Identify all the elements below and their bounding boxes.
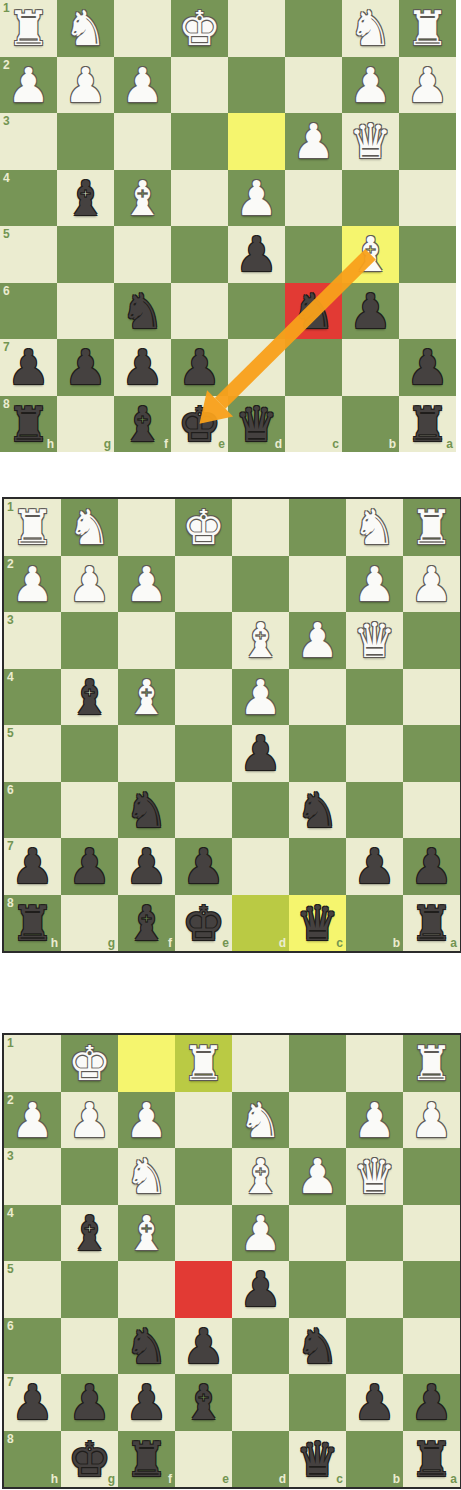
square-e7[interactable]: ♝ (175, 1374, 232, 1431)
square-a6[interactable] (399, 283, 456, 340)
square-d6[interactable] (232, 1318, 289, 1375)
square-a4[interactable] (399, 170, 456, 227)
square-e7[interactable]: ♟ (175, 838, 232, 895)
square-b1[interactable]: ♞ (346, 499, 403, 556)
square-d1[interactable] (228, 0, 285, 57)
rank-label-4: 4 (7, 1206, 14, 1220)
white-bishop[interactable]: ♝ (125, 669, 168, 725)
square-g3[interactable] (61, 612, 118, 669)
black-pawn[interactable]: ♟ (64, 339, 107, 395)
square-b3[interactable]: ♛ (342, 113, 399, 170)
black-pawn[interactable]: ♟ (410, 1374, 453, 1430)
white-knight[interactable]: ♞ (68, 499, 111, 555)
square-f1[interactable] (118, 499, 175, 556)
square-h3[interactable]: 3 (0, 113, 57, 170)
black-pawn[interactable]: ♟ (11, 1374, 54, 1430)
white-pawn[interactable]: ♟ (11, 556, 54, 612)
black-rook[interactable]: ♜ (11, 895, 54, 951)
black-knight[interactable]: ♞ (296, 782, 339, 838)
square-e8[interactable]: e (175, 1431, 232, 1488)
square-g6[interactable] (57, 283, 114, 340)
black-bishop[interactable]: ♝ (68, 1205, 111, 1261)
square-f2[interactable]: ♟ (118, 1092, 175, 1149)
square-g6[interactable] (61, 782, 118, 839)
square-g4[interactable]: ♝ (57, 170, 114, 227)
black-knight[interactable]: ♞ (125, 782, 168, 838)
square-c2[interactable] (289, 1092, 346, 1149)
square-f1[interactable] (118, 1035, 175, 1092)
black-bishop[interactable]: ♝ (64, 170, 107, 226)
square-h1[interactable]: 1 (4, 1035, 61, 1092)
black-rook[interactable]: ♜ (406, 396, 449, 452)
white-pawn[interactable]: ♟ (410, 556, 453, 612)
black-pawn[interactable]: ♟ (239, 1261, 282, 1317)
square-f8[interactable]: f♝ (114, 396, 171, 453)
square-d1[interactable] (232, 1035, 289, 1092)
rank-label-5: 5 (3, 227, 10, 241)
square-h6[interactable]: 6 (0, 283, 57, 340)
white-bishop[interactable]: ♝ (121, 170, 164, 226)
square-f6[interactable]: ♞ (118, 782, 175, 839)
black-knight[interactable]: ♞ (125, 1318, 168, 1374)
square-e6[interactable] (175, 782, 232, 839)
white-rook[interactable]: ♜ (11, 499, 54, 555)
white-rook[interactable]: ♜ (7, 0, 50, 56)
square-d3[interactable]: ♝ (232, 612, 289, 669)
rank-label-7: 7 (7, 839, 14, 853)
square-d4[interactable]: ♟ (228, 170, 285, 227)
square-g4[interactable]: ♝ (61, 669, 118, 726)
white-rook[interactable]: ♜ (410, 499, 453, 555)
square-e2[interactable] (175, 1092, 232, 1149)
white-knight[interactable]: ♞ (349, 0, 392, 56)
black-bishop[interactable]: ♝ (182, 1374, 225, 1430)
white-pawn[interactable]: ♟ (125, 1092, 168, 1148)
square-c2[interactable] (285, 57, 342, 114)
white-queen[interactable]: ♛ (349, 113, 392, 169)
white-bishop[interactable]: ♝ (125, 1205, 168, 1261)
square-d4[interactable]: ♟ (232, 1205, 289, 1262)
square-e1[interactable]: ♜ (175, 1035, 232, 1092)
chessboard-3: 1♚♜♜2♟♟♟♞♟♟3♞♝♟♛4♝♝♟5♟6♞♟♞7♟♟♟♝♟♟8hg♚f♜e… (2, 1033, 461, 1489)
square-g7[interactable]: ♟ (61, 838, 118, 895)
square-g2[interactable]: ♟ (61, 556, 118, 613)
square-c1[interactable] (285, 0, 342, 57)
square-g7[interactable]: ♟ (61, 1374, 118, 1431)
black-pawn[interactable]: ♟ (349, 283, 392, 339)
square-g3[interactable] (57, 113, 114, 170)
square-g7[interactable]: ♟ (57, 339, 114, 396)
black-pawn[interactable]: ♟ (182, 1318, 225, 1374)
square-e5[interactable] (171, 226, 228, 283)
black-bishop[interactable]: ♝ (125, 895, 168, 951)
file-label-f: f (164, 437, 168, 451)
square-g1[interactable]: ♞ (57, 0, 114, 57)
square-g6[interactable] (61, 1318, 118, 1375)
black-knight[interactable]: ♞ (296, 1318, 339, 1374)
white-pawn[interactable]: ♟ (68, 556, 111, 612)
black-bishop[interactable]: ♝ (68, 669, 111, 725)
square-h6[interactable]: 6 (4, 1318, 61, 1375)
white-pawn[interactable]: ♟ (406, 57, 449, 113)
square-f3[interactable] (114, 113, 171, 170)
square-d7[interactable] (232, 838, 289, 895)
square-c3[interactable]: ♟ (289, 1148, 346, 1205)
square-e3[interactable] (175, 612, 232, 669)
square-e4[interactable] (171, 170, 228, 227)
square-b5[interactable]: ♝ (342, 226, 399, 283)
black-rook[interactable]: ♜ (410, 895, 453, 951)
white-pawn[interactable]: ♟ (353, 1092, 396, 1148)
square-f6[interactable]: ♞ (118, 1318, 175, 1375)
file-label-h: h (51, 1472, 58, 1486)
square-h5[interactable]: 5 (4, 725, 61, 782)
square-a1[interactable]: ♜ (403, 1035, 460, 1092)
white-pawn[interactable]: ♟ (68, 1092, 111, 1148)
square-c6[interactable]: ♞ (285, 283, 342, 340)
square-d5[interactable]: ♟ (232, 725, 289, 782)
white-pawn[interactable]: ♟ (7, 57, 50, 113)
white-pawn[interactable]: ♟ (235, 170, 278, 226)
square-e5[interactable] (175, 1261, 232, 1318)
square-h2[interactable]: 2♟ (4, 1092, 61, 1149)
square-h2[interactable]: 2♟ (0, 57, 57, 114)
square-b8[interactable]: b (346, 895, 403, 952)
black-king[interactable]: ♚ (68, 1431, 111, 1487)
black-pawn[interactable]: ♟ (235, 226, 278, 282)
square-g2[interactable]: ♟ (61, 1092, 118, 1149)
white-pawn[interactable]: ♟ (239, 669, 282, 725)
square-h8[interactable]: 8h♜ (0, 396, 57, 453)
square-c5[interactable] (285, 226, 342, 283)
black-pawn[interactable]: ♟ (68, 838, 111, 894)
square-g3[interactable] (61, 1148, 118, 1205)
square-c5[interactable] (289, 725, 346, 782)
white-rook[interactable]: ♜ (406, 0, 449, 56)
white-king[interactable]: ♚ (182, 499, 225, 555)
square-g1[interactable]: ♞ (61, 499, 118, 556)
square-c7[interactable] (289, 838, 346, 895)
square-g2[interactable]: ♟ (57, 57, 114, 114)
black-pawn[interactable]: ♟ (178, 339, 221, 395)
square-d1[interactable] (232, 499, 289, 556)
white-queen[interactable]: ♛ (353, 612, 396, 668)
white-knight[interactable]: ♞ (239, 1092, 282, 1148)
black-pawn[interactable]: ♟ (406, 339, 449, 395)
square-f4[interactable]: ♝ (118, 1205, 175, 1262)
black-king[interactable]: ♚ (178, 396, 221, 452)
square-a7[interactable]: ♟ (399, 339, 456, 396)
white-pawn[interactable]: ♟ (349, 57, 392, 113)
square-f6[interactable]: ♞ (114, 283, 171, 340)
square-f7[interactable]: ♟ (118, 1374, 175, 1431)
square-h4[interactable]: 4 (0, 170, 57, 227)
square-e1[interactable]: ♚ (171, 0, 228, 57)
black-pawn[interactable]: ♟ (68, 1374, 111, 1430)
square-b2[interactable]: ♟ (346, 1092, 403, 1149)
rank-label-8: 8 (3, 397, 10, 411)
square-d8[interactable]: d♛ (228, 396, 285, 453)
square-g4[interactable]: ♝ (61, 1205, 118, 1262)
square-d2[interactable]: ♞ (232, 1092, 289, 1149)
black-rook[interactable]: ♜ (7, 396, 50, 452)
black-pawn[interactable]: ♟ (353, 838, 396, 894)
black-queen[interactable]: ♛ (235, 396, 278, 452)
white-pawn[interactable]: ♟ (353, 556, 396, 612)
chessboard-1: 1♜♞♚♞♜2♟♟♟♟♟3♟♛4♝♝♟5♟♝6♞♞♟7♟♟♟♟♟8h♜gf♝e♚… (0, 0, 456, 452)
square-d3[interactable] (228, 113, 285, 170)
square-b1[interactable]: ♞ (342, 0, 399, 57)
square-a1[interactable]: ♜ (399, 0, 456, 57)
square-e8[interactable]: e♚ (171, 396, 228, 453)
white-pawn[interactable]: ♟ (410, 1092, 453, 1148)
square-d4[interactable]: ♟ (232, 669, 289, 726)
white-pawn[interactable]: ♟ (125, 556, 168, 612)
square-f7[interactable]: ♟ (114, 339, 171, 396)
square-a4[interactable] (403, 669, 460, 726)
square-e1[interactable]: ♚ (175, 499, 232, 556)
square-b8[interactable]: b (342, 396, 399, 453)
square-b5[interactable] (346, 1261, 403, 1318)
square-g5[interactable] (61, 1261, 118, 1318)
square-f1[interactable] (114, 0, 171, 57)
square-f2[interactable]: ♟ (118, 556, 175, 613)
square-c2[interactable] (289, 556, 346, 613)
white-bishop[interactable]: ♝ (349, 226, 392, 282)
square-f3[interactable]: ♞ (118, 1148, 175, 1205)
square-b4[interactable] (346, 1205, 403, 1262)
rank-label-8: 8 (7, 896, 14, 910)
white-bishop[interactable]: ♝ (239, 612, 282, 668)
black-pawn[interactable]: ♟ (182, 838, 225, 894)
square-a5[interactable] (403, 1261, 460, 1318)
square-c7[interactable] (289, 1374, 346, 1431)
square-h6[interactable]: 6 (4, 782, 61, 839)
square-d2[interactable] (228, 57, 285, 114)
square-b5[interactable] (346, 725, 403, 782)
square-e4[interactable] (175, 669, 232, 726)
file-label-b: b (393, 1472, 400, 1486)
square-h7[interactable]: 7♟ (4, 838, 61, 895)
square-f5[interactable] (118, 725, 175, 782)
square-h7[interactable]: 7♟ (4, 1374, 61, 1431)
square-d8[interactable]: d (232, 895, 289, 952)
square-f8[interactable]: f♜ (118, 1431, 175, 1488)
square-h7[interactable]: 7♟ (0, 339, 57, 396)
square-b4[interactable] (342, 170, 399, 227)
square-d3[interactable]: ♝ (232, 1148, 289, 1205)
square-c3[interactable]: ♟ (289, 612, 346, 669)
square-a8[interactable]: a♜ (403, 1431, 460, 1488)
square-h2[interactable]: 2♟ (4, 556, 61, 613)
black-pawn[interactable]: ♟ (125, 838, 168, 894)
square-c7[interactable] (285, 339, 342, 396)
square-a6[interactable] (403, 782, 460, 839)
square-a2[interactable]: ♟ (403, 556, 460, 613)
black-rook[interactable]: ♜ (125, 1431, 168, 1487)
white-king[interactable]: ♚ (68, 1035, 111, 1091)
black-queen[interactable]: ♛ (296, 1431, 339, 1487)
square-c8[interactable]: c♛ (289, 895, 346, 952)
white-king[interactable]: ♚ (178, 0, 221, 56)
square-h3[interactable]: 3 (4, 1148, 61, 1205)
black-queen[interactable]: ♛ (296, 895, 339, 951)
square-b2[interactable]: ♟ (342, 57, 399, 114)
square-b6[interactable]: ♟ (342, 283, 399, 340)
white-knight[interactable]: ♞ (125, 1148, 168, 1204)
file-label-g: g (108, 936, 115, 950)
rank-label-7: 7 (3, 340, 10, 354)
square-f2[interactable]: ♟ (114, 57, 171, 114)
square-a5[interactable] (399, 226, 456, 283)
white-pawn[interactable]: ♟ (296, 1148, 339, 1204)
black-pawn[interactable]: ♟ (7, 339, 50, 395)
square-c6[interactable]: ♞ (289, 782, 346, 839)
square-c1[interactable] (289, 499, 346, 556)
square-f8[interactable]: f♝ (118, 895, 175, 952)
square-b6[interactable] (346, 1318, 403, 1375)
square-e2[interactable] (175, 556, 232, 613)
square-f5[interactable] (114, 226, 171, 283)
square-e7[interactable]: ♟ (171, 339, 228, 396)
square-g8[interactable]: g (57, 396, 114, 453)
file-label-c: c (332, 437, 339, 451)
square-b4[interactable] (346, 669, 403, 726)
rank-label-7: 7 (7, 1375, 14, 1389)
square-a5[interactable] (403, 725, 460, 782)
square-e2[interactable] (171, 57, 228, 114)
white-queen[interactable]: ♛ (353, 1148, 396, 1204)
black-pawn[interactable]: ♟ (239, 725, 282, 781)
square-c4[interactable] (289, 1205, 346, 1262)
square-e6[interactable]: ♟ (175, 1318, 232, 1375)
white-rook[interactable]: ♜ (410, 1035, 453, 1091)
black-pawn[interactable]: ♟ (125, 1374, 168, 1430)
square-g8[interactable]: g (61, 895, 118, 952)
square-h8[interactable]: 8h♜ (4, 895, 61, 952)
square-a7[interactable]: ♟ (403, 838, 460, 895)
square-e6[interactable] (171, 283, 228, 340)
black-pawn[interactable]: ♟ (11, 838, 54, 894)
square-h4[interactable]: 4 (4, 669, 61, 726)
square-c6[interactable]: ♞ (289, 1318, 346, 1375)
white-rook[interactable]: ♜ (182, 1035, 225, 1091)
black-pawn[interactable]: ♟ (353, 1374, 396, 1430)
square-c1[interactable] (289, 1035, 346, 1092)
square-a1[interactable]: ♜ (403, 499, 460, 556)
square-c4[interactable] (285, 170, 342, 227)
white-pawn[interactable]: ♟ (239, 1205, 282, 1261)
white-pawn[interactable]: ♟ (121, 57, 164, 113)
white-bishop[interactable]: ♝ (239, 1148, 282, 1204)
white-pawn[interactable]: ♟ (64, 57, 107, 113)
square-a3[interactable] (403, 612, 460, 669)
white-pawn[interactable]: ♟ (296, 612, 339, 668)
square-a8[interactable]: a♜ (399, 396, 456, 453)
square-d6[interactable] (228, 283, 285, 340)
black-bishop[interactable]: ♝ (121, 396, 164, 452)
square-b6[interactable] (346, 782, 403, 839)
square-h5[interactable]: 5 (0, 226, 57, 283)
black-pawn[interactable]: ♟ (121, 339, 164, 395)
square-d8[interactable]: d (232, 1431, 289, 1488)
square-c4[interactable] (289, 669, 346, 726)
rank-label-4: 4 (7, 670, 14, 684)
square-c8[interactable]: c♛ (289, 1431, 346, 1488)
square-e3[interactable] (175, 1148, 232, 1205)
square-c3[interactable]: ♟ (285, 113, 342, 170)
square-e4[interactable] (175, 1205, 232, 1262)
square-a3[interactable] (399, 113, 456, 170)
square-d5[interactable]: ♟ (232, 1261, 289, 1318)
square-a2[interactable]: ♟ (403, 1092, 460, 1149)
square-f3[interactable] (118, 612, 175, 669)
square-a2[interactable]: ♟ (399, 57, 456, 114)
square-f4[interactable]: ♝ (114, 170, 171, 227)
square-g8[interactable]: g♚ (61, 1431, 118, 1488)
black-pawn[interactable]: ♟ (410, 838, 453, 894)
square-b7[interactable] (342, 339, 399, 396)
square-d7[interactable] (228, 339, 285, 396)
black-knight[interactable]: ♞ (292, 283, 335, 339)
square-g5[interactable] (61, 725, 118, 782)
square-h1[interactable]: 1♜ (0, 0, 57, 57)
square-b3[interactable]: ♛ (346, 1148, 403, 1205)
square-b8[interactable]: b (346, 1431, 403, 1488)
black-king[interactable]: ♚ (182, 895, 225, 951)
square-h8[interactable]: 8h (4, 1431, 61, 1488)
square-h4[interactable]: 4 (4, 1205, 61, 1262)
square-b7[interactable]: ♟ (346, 1374, 403, 1431)
square-d5[interactable]: ♟ (228, 226, 285, 283)
square-g1[interactable]: ♚ (61, 1035, 118, 1092)
square-g5[interactable] (57, 226, 114, 283)
square-d6[interactable] (232, 782, 289, 839)
square-b2[interactable]: ♟ (346, 556, 403, 613)
square-e8[interactable]: e♚ (175, 895, 232, 952)
white-knight[interactable]: ♞ (353, 499, 396, 555)
square-a8[interactable]: a♜ (403, 895, 460, 952)
square-c5[interactable] (289, 1261, 346, 1318)
square-f7[interactable]: ♟ (118, 838, 175, 895)
file-label-e: e (218, 437, 225, 451)
square-d2[interactable] (232, 556, 289, 613)
square-b3[interactable]: ♛ (346, 612, 403, 669)
square-a6[interactable] (403, 1318, 460, 1375)
square-h3[interactable]: 3 (4, 612, 61, 669)
square-h5[interactable]: 5 (4, 1261, 61, 1318)
square-f4[interactable]: ♝ (118, 669, 175, 726)
file-label-f: f (168, 936, 172, 950)
square-b1[interactable] (346, 1035, 403, 1092)
white-pawn[interactable]: ♟ (292, 113, 335, 169)
black-knight[interactable]: ♞ (121, 283, 164, 339)
square-h1[interactable]: 1♜ (4, 499, 61, 556)
square-b7[interactable]: ♟ (346, 838, 403, 895)
square-f5[interactable] (118, 1261, 175, 1318)
square-d7[interactable] (232, 1374, 289, 1431)
square-a3[interactable] (403, 1148, 460, 1205)
square-a7[interactable]: ♟ (403, 1374, 460, 1431)
square-e3[interactable] (171, 113, 228, 170)
square-e5[interactable] (175, 725, 232, 782)
square-a4[interactable] (403, 1205, 460, 1262)
square-c8[interactable]: c (285, 396, 342, 453)
white-knight[interactable]: ♞ (64, 0, 107, 56)
black-rook[interactable]: ♜ (410, 1431, 453, 1487)
white-pawn[interactable]: ♟ (11, 1092, 54, 1148)
rank-label-3: 3 (7, 1149, 14, 1163)
